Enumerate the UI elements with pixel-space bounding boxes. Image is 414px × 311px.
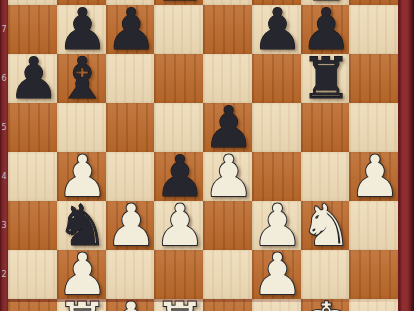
white-pawn-d3-piece: ♟ (154, 201, 203, 250)
square-g6[interactable]: ♜ (301, 54, 350, 103)
square-e7[interactable] (203, 5, 252, 54)
square-b2[interactable]: ♟ (57, 250, 106, 299)
black-pawn-d4-piece: ♟ (154, 152, 203, 201)
square-b6[interactable]: ♝ (57, 54, 106, 103)
square-d2[interactable] (154, 250, 203, 299)
square-f7[interactable]: ♟ (252, 5, 301, 54)
rank-label-3: 3 (0, 221, 8, 231)
square-a7[interactable] (8, 5, 57, 54)
square-e3[interactable] (203, 201, 252, 250)
black-pawn-b7-piece: ♟ (57, 5, 106, 54)
square-b5[interactable] (57, 103, 106, 152)
square-a6[interactable]: ♟ (8, 54, 57, 103)
board-right-border (398, 0, 414, 311)
square-b3[interactable]: ♞ (57, 201, 106, 250)
white-pawn-f2-piece: ♟ (252, 250, 301, 299)
black-pawn-e5-piece: ♟ (203, 103, 252, 152)
square-a5[interactable] (8, 103, 57, 152)
square-e6[interactable] (203, 54, 252, 103)
square-c3[interactable]: ♟ (106, 201, 155, 250)
square-d5[interactable] (154, 103, 203, 152)
black-pawn-a6-piece: ♟ (8, 54, 57, 103)
white-pawn-e4-piece: ♟ (203, 152, 252, 201)
square-g4[interactable] (301, 152, 350, 201)
white-pawn-h4-piece: ♟ (349, 152, 398, 201)
white-pawn-b2-piece: ♟ (57, 250, 106, 299)
board-left-border (0, 0, 8, 311)
square-f4[interactable] (252, 152, 301, 201)
square-f3[interactable]: ♟ (252, 201, 301, 250)
square-a4[interactable] (8, 152, 57, 201)
square-b4[interactable]: ♟ (57, 152, 106, 201)
square-f2[interactable]: ♟ (252, 250, 301, 299)
square-d6[interactable] (154, 54, 203, 103)
square-h7[interactable] (349, 5, 398, 54)
black-pawn-f7-piece: ♟ (252, 5, 301, 54)
square-d7[interactable] (154, 5, 203, 54)
rank-label-6: 6 (0, 74, 8, 84)
square-c4[interactable] (106, 152, 155, 201)
board: ♜♚♟♟♟♟♟♝♜♟♟♟♟♟♞♟♟♟♞♟♟♜♝♜♚ (8, 0, 398, 311)
square-e4[interactable]: ♟ (203, 152, 252, 201)
black-pawn-g7-piece: ♟ (301, 5, 350, 54)
square-h4[interactable]: ♟ (349, 152, 398, 201)
square-h2[interactable] (349, 250, 398, 299)
white-pawn-c3-piece: ♟ (106, 201, 155, 250)
square-c5[interactable] (106, 103, 155, 152)
white-pawn-b4-piece: ♟ (57, 152, 106, 201)
square-c6[interactable] (106, 54, 155, 103)
black-rook-g6-piece: ♜ (301, 54, 350, 103)
square-f6[interactable] (252, 54, 301, 103)
square-h5[interactable] (349, 103, 398, 152)
square-c2[interactable] (106, 250, 155, 299)
square-d4[interactable]: ♟ (154, 152, 203, 201)
rank-label-7: 7 (0, 25, 8, 35)
chess-diagram: ♜♚♟♟♟♟♟♝♜♟♟♟♟♟♞♟♟♟♞♟♟♜♝♜♚ 765432 (0, 0, 414, 311)
square-b7[interactable]: ♟ (57, 5, 106, 54)
rank-label-5: 5 (0, 123, 8, 133)
white-pawn-f3-piece: ♟ (252, 201, 301, 250)
square-a2[interactable] (8, 250, 57, 299)
square-h3[interactable] (349, 201, 398, 250)
square-g5[interactable] (301, 103, 350, 152)
board-shadow-line (8, 299, 398, 302)
square-g3[interactable]: ♞ (301, 201, 350, 250)
square-e5[interactable]: ♟ (203, 103, 252, 152)
square-g7[interactable]: ♟ (301, 5, 350, 54)
square-f5[interactable] (252, 103, 301, 152)
square-g2[interactable] (301, 250, 350, 299)
square-a3[interactable] (8, 201, 57, 250)
black-pawn-c7-piece: ♟ (106, 5, 155, 54)
square-e2[interactable] (203, 250, 252, 299)
black-knight-b3-piece: ♞ (57, 201, 106, 250)
square-c7[interactable]: ♟ (106, 5, 155, 54)
black-bishop-b6-piece: ♝ (57, 54, 106, 103)
rank-label-4: 4 (0, 172, 8, 182)
white-knight-g3-piece: ♞ (301, 201, 350, 250)
square-h6[interactable] (349, 54, 398, 103)
square-d3[interactable]: ♟ (154, 201, 203, 250)
rank-label-2: 2 (0, 270, 8, 280)
